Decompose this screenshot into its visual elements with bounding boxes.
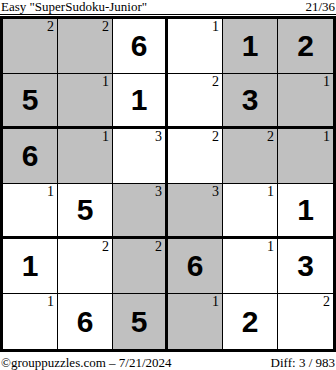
pencil-mark: 2 — [212, 75, 219, 89]
given-digit: 1 — [297, 195, 314, 225]
cell-r4c2: 5 — [58, 184, 113, 239]
cell-r6c1[interactable]: 1 — [3, 294, 58, 349]
footer: ©grouppuzzles.com – 7/21/2024 Diff: 3 / … — [0, 352, 336, 369]
given-digit: 1 — [131, 85, 148, 115]
pencil-mark: 1 — [47, 295, 54, 309]
given-digit: 6 — [77, 307, 94, 337]
pencil-mark: 3 — [155, 185, 162, 199]
cell-r3c5[interactable]: 2 — [223, 129, 278, 184]
difficulty-label: Diff: 3 / 983 — [271, 356, 335, 369]
pencil-mark: 1 — [102, 75, 109, 89]
given-digit: 5 — [22, 85, 39, 115]
cell-r2c4[interactable]: 2 — [168, 74, 223, 129]
copyright-date: ©grouppuzzles.com – 7/21/2024 — [1, 356, 172, 369]
cell-r1c3: 6 — [113, 19, 168, 74]
pencil-mark: 1 — [212, 295, 219, 309]
pencil-mark: 3 — [155, 130, 162, 144]
cell-r1c4[interactable]: 1 — [168, 19, 223, 74]
given-digit: 5 — [77, 195, 94, 225]
given-digit: 2 — [242, 307, 259, 337]
cell-r5c1: 1 — [3, 239, 58, 294]
pencil-mark: 1 — [212, 20, 219, 34]
cell-r2c6[interactable]: 1 — [278, 74, 333, 129]
cell-r2c2[interactable]: 1 — [58, 74, 113, 129]
cell-r5c3[interactable]: 2 — [113, 239, 168, 294]
pencil-mark: 2 — [102, 20, 109, 34]
cell-r5c6: 3 — [278, 239, 333, 294]
given-digit: 5 — [131, 307, 148, 337]
cell-r4c4[interactable]: 3 — [168, 184, 223, 239]
pencil-mark: 2 — [267, 130, 274, 144]
cell-r4c5[interactable]: 1 — [223, 184, 278, 239]
pencil-mark: 1 — [323, 130, 330, 144]
given-digit: 1 — [22, 251, 39, 281]
cell-r3c2[interactable]: 1 — [58, 129, 113, 184]
pencil-mark: 1 — [267, 185, 274, 199]
pencil-mark: 1 — [47, 185, 54, 199]
cell-r6c4[interactable]: 1 — [168, 294, 223, 349]
given-digit: 6 — [22, 141, 39, 171]
cell-r3c4[interactable]: 2 — [168, 129, 223, 184]
pencil-mark: 2 — [47, 20, 54, 34]
given-digit: 1 — [242, 31, 259, 61]
pencil-mark: 1 — [323, 75, 330, 89]
cell-r2c5: 3 — [223, 74, 278, 129]
cell-r3c1: 6 — [3, 129, 58, 184]
cell-r3c6[interactable]: 1 — [278, 129, 333, 184]
cell-r2c3: 1 — [113, 74, 168, 129]
given-digit: 6 — [131, 31, 148, 61]
pencil-mark: 3 — [212, 185, 219, 199]
sudoku-grid: 226112511231613221153311122613165122 — [0, 16, 336, 352]
cell-r5c4: 6 — [168, 239, 223, 294]
given-digit: 3 — [242, 85, 259, 115]
header: Easy "SuperSudoku-Junior" 21/36 — [0, 0, 336, 15]
cell-r6c5: 2 — [223, 294, 278, 349]
cell-r4c3[interactable]: 3 — [113, 184, 168, 239]
given-digit: 2 — [297, 31, 314, 61]
cell-r2c1: 5 — [3, 74, 58, 129]
given-digit: 6 — [187, 251, 204, 281]
cell-r3c3[interactable]: 3 — [113, 129, 168, 184]
puzzle-title: Easy "SuperSudoku-Junior" — [1, 1, 147, 13]
cell-r6c3: 5 — [113, 294, 168, 349]
cell-r4c6: 1 — [278, 184, 333, 239]
pencil-mark: 1 — [267, 240, 274, 254]
cell-r5c5[interactable]: 1 — [223, 239, 278, 294]
puzzle-counter: 21/36 — [305, 1, 335, 13]
cell-r6c6[interactable]: 2 — [278, 294, 333, 349]
pencil-mark: 2 — [102, 240, 109, 254]
cell-r5c2[interactable]: 2 — [58, 239, 113, 294]
cell-r1c1[interactable]: 2 — [3, 19, 58, 74]
pencil-mark: 1 — [102, 130, 109, 144]
cell-r6c2: 6 — [58, 294, 113, 349]
given-digit: 3 — [297, 251, 314, 281]
pencil-mark: 2 — [155, 240, 162, 254]
cell-r1c6: 2 — [278, 19, 333, 74]
cell-r1c5: 1 — [223, 19, 278, 74]
pencil-mark: 2 — [212, 130, 219, 144]
pencil-mark: 2 — [323, 295, 330, 309]
cell-r4c1[interactable]: 1 — [3, 184, 58, 239]
cell-r1c2[interactable]: 2 — [58, 19, 113, 74]
